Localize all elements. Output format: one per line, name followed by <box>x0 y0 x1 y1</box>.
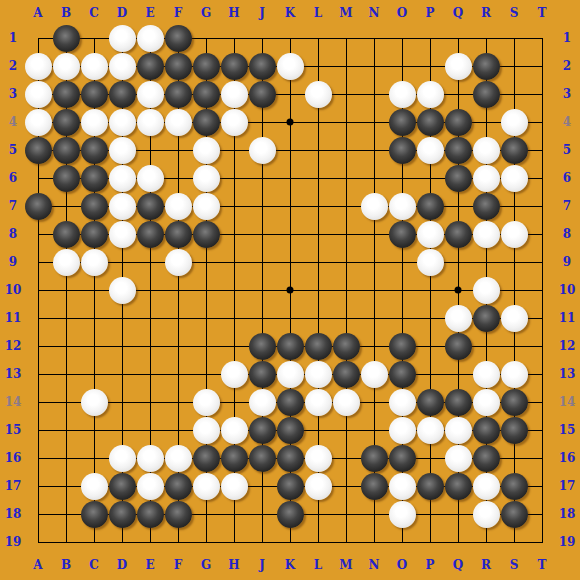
cell-L1[interactable] <box>304 24 332 52</box>
cell-F12[interactable] <box>164 332 192 360</box>
cell-P19[interactable] <box>416 528 444 556</box>
cell-M12[interactable] <box>332 332 360 360</box>
cell-C2[interactable] <box>80 52 108 80</box>
cell-S17[interactable] <box>500 472 528 500</box>
cell-K19[interactable] <box>276 528 304 556</box>
cell-P2[interactable] <box>416 52 444 80</box>
cell-G1[interactable] <box>192 24 220 52</box>
cell-H2[interactable] <box>220 52 248 80</box>
cell-P6[interactable] <box>416 164 444 192</box>
cell-D12[interactable] <box>108 332 136 360</box>
cell-N16[interactable] <box>360 444 388 472</box>
cell-K8[interactable] <box>276 220 304 248</box>
cell-G4[interactable] <box>192 108 220 136</box>
cell-R15[interactable] <box>472 416 500 444</box>
cell-D1[interactable] <box>108 24 136 52</box>
cell-G19[interactable] <box>192 528 220 556</box>
cell-A11[interactable] <box>24 304 52 332</box>
cell-T17[interactable] <box>528 472 556 500</box>
cell-P10[interactable] <box>416 276 444 304</box>
cell-O4[interactable] <box>388 108 416 136</box>
cell-B9[interactable] <box>52 248 80 276</box>
cell-R9[interactable] <box>472 248 500 276</box>
cell-E3[interactable] <box>136 80 164 108</box>
cell-J15[interactable] <box>248 416 276 444</box>
cell-R4[interactable] <box>472 108 500 136</box>
cell-J18[interactable] <box>248 500 276 528</box>
cell-D10[interactable] <box>108 276 136 304</box>
cell-E1[interactable] <box>136 24 164 52</box>
cell-Q17[interactable] <box>444 472 472 500</box>
cell-H3[interactable] <box>220 80 248 108</box>
cell-A14[interactable] <box>24 388 52 416</box>
cell-H9[interactable] <box>220 248 248 276</box>
cell-L19[interactable] <box>304 528 332 556</box>
cell-T1[interactable] <box>528 24 556 52</box>
cell-Q7[interactable] <box>444 192 472 220</box>
cell-P9[interactable] <box>416 248 444 276</box>
cell-B10[interactable] <box>52 276 80 304</box>
cell-T15[interactable] <box>528 416 556 444</box>
cell-O2[interactable] <box>388 52 416 80</box>
cell-H13[interactable] <box>220 360 248 388</box>
cell-H11[interactable] <box>220 304 248 332</box>
cell-J12[interactable] <box>248 332 276 360</box>
cell-F5[interactable] <box>164 136 192 164</box>
cell-G13[interactable] <box>192 360 220 388</box>
cell-J16[interactable] <box>248 444 276 472</box>
cell-Q12[interactable] <box>444 332 472 360</box>
cell-R11[interactable] <box>472 304 500 332</box>
cell-T18[interactable] <box>528 500 556 528</box>
cell-J2[interactable] <box>248 52 276 80</box>
cell-D9[interactable] <box>108 248 136 276</box>
cell-K10[interactable] <box>276 276 304 304</box>
cell-B6[interactable] <box>52 164 80 192</box>
cell-G6[interactable] <box>192 164 220 192</box>
cell-O1[interactable] <box>388 24 416 52</box>
cell-H15[interactable] <box>220 416 248 444</box>
cell-G15[interactable] <box>192 416 220 444</box>
cell-F10[interactable] <box>164 276 192 304</box>
cell-D16[interactable] <box>108 444 136 472</box>
cell-J14[interactable] <box>248 388 276 416</box>
cell-T16[interactable] <box>528 444 556 472</box>
cell-G12[interactable] <box>192 332 220 360</box>
cell-Q1[interactable] <box>444 24 472 52</box>
cell-J6[interactable] <box>248 164 276 192</box>
cell-G10[interactable] <box>192 276 220 304</box>
cell-C1[interactable] <box>80 24 108 52</box>
cell-Q2[interactable] <box>444 52 472 80</box>
cell-P16[interactable] <box>416 444 444 472</box>
cell-S10[interactable] <box>500 276 528 304</box>
cell-T6[interactable] <box>528 164 556 192</box>
cell-L9[interactable] <box>304 248 332 276</box>
cell-E8[interactable] <box>136 220 164 248</box>
cell-M9[interactable] <box>332 248 360 276</box>
cell-S16[interactable] <box>500 444 528 472</box>
cell-S13[interactable] <box>500 360 528 388</box>
cell-M11[interactable] <box>332 304 360 332</box>
cell-B19[interactable] <box>52 528 80 556</box>
cell-B14[interactable] <box>52 388 80 416</box>
cell-F11[interactable] <box>164 304 192 332</box>
cell-K9[interactable] <box>276 248 304 276</box>
cell-F15[interactable] <box>164 416 192 444</box>
cell-O19[interactable] <box>388 528 416 556</box>
cell-A12[interactable] <box>24 332 52 360</box>
cell-S4[interactable] <box>500 108 528 136</box>
cell-K14[interactable] <box>276 388 304 416</box>
cell-K7[interactable] <box>276 192 304 220</box>
cell-J11[interactable] <box>248 304 276 332</box>
cell-R6[interactable] <box>472 164 500 192</box>
cell-E13[interactable] <box>136 360 164 388</box>
cell-H10[interactable] <box>220 276 248 304</box>
cell-Q5[interactable] <box>444 136 472 164</box>
cell-C19[interactable] <box>80 528 108 556</box>
cell-D13[interactable] <box>108 360 136 388</box>
cell-E5[interactable] <box>136 136 164 164</box>
cell-D4[interactable] <box>108 108 136 136</box>
cell-F6[interactable] <box>164 164 192 192</box>
cell-F18[interactable] <box>164 500 192 528</box>
cell-C16[interactable] <box>80 444 108 472</box>
cell-O15[interactable] <box>388 416 416 444</box>
cell-O5[interactable] <box>388 136 416 164</box>
cell-Q9[interactable] <box>444 248 472 276</box>
cell-J1[interactable] <box>248 24 276 52</box>
cell-O9[interactable] <box>388 248 416 276</box>
cell-A5[interactable] <box>24 136 52 164</box>
cell-F16[interactable] <box>164 444 192 472</box>
cell-D2[interactable] <box>108 52 136 80</box>
cell-A7[interactable] <box>24 192 52 220</box>
cell-R2[interactable] <box>472 52 500 80</box>
cell-R12[interactable] <box>472 332 500 360</box>
cell-O7[interactable] <box>388 192 416 220</box>
cell-B4[interactable] <box>52 108 80 136</box>
cell-H6[interactable] <box>220 164 248 192</box>
cell-D6[interactable] <box>108 164 136 192</box>
cell-R5[interactable] <box>472 136 500 164</box>
cell-E9[interactable] <box>136 248 164 276</box>
cell-O11[interactable] <box>388 304 416 332</box>
cell-R3[interactable] <box>472 80 500 108</box>
cell-A13[interactable] <box>24 360 52 388</box>
cell-L11[interactable] <box>304 304 332 332</box>
cell-R19[interactable] <box>472 528 500 556</box>
cell-T10[interactable] <box>528 276 556 304</box>
cell-B1[interactable] <box>52 24 80 52</box>
cell-T7[interactable] <box>528 192 556 220</box>
cell-E10[interactable] <box>136 276 164 304</box>
cell-F8[interactable] <box>164 220 192 248</box>
cell-E17[interactable] <box>136 472 164 500</box>
cell-H18[interactable] <box>220 500 248 528</box>
cell-Q13[interactable] <box>444 360 472 388</box>
cell-M13[interactable] <box>332 360 360 388</box>
cell-P12[interactable] <box>416 332 444 360</box>
cell-M2[interactable] <box>332 52 360 80</box>
cell-M17[interactable] <box>332 472 360 500</box>
cell-P4[interactable] <box>416 108 444 136</box>
cell-K13[interactable] <box>276 360 304 388</box>
cell-Q10[interactable] <box>444 276 472 304</box>
cell-C15[interactable] <box>80 416 108 444</box>
cell-L17[interactable] <box>304 472 332 500</box>
cell-S12[interactable] <box>500 332 528 360</box>
cell-N19[interactable] <box>360 528 388 556</box>
cell-A17[interactable] <box>24 472 52 500</box>
cell-T5[interactable] <box>528 136 556 164</box>
cell-H8[interactable] <box>220 220 248 248</box>
cell-M7[interactable] <box>332 192 360 220</box>
cell-M19[interactable] <box>332 528 360 556</box>
cell-J5[interactable] <box>248 136 276 164</box>
cell-P7[interactable] <box>416 192 444 220</box>
cell-T12[interactable] <box>528 332 556 360</box>
cell-K11[interactable] <box>276 304 304 332</box>
cell-A4[interactable] <box>24 108 52 136</box>
cell-N2[interactable] <box>360 52 388 80</box>
cell-N15[interactable] <box>360 416 388 444</box>
cell-S6[interactable] <box>500 164 528 192</box>
cell-F19[interactable] <box>164 528 192 556</box>
cell-D19[interactable] <box>108 528 136 556</box>
cell-Q16[interactable] <box>444 444 472 472</box>
cell-O14[interactable] <box>388 388 416 416</box>
cell-S3[interactable] <box>500 80 528 108</box>
cell-M6[interactable] <box>332 164 360 192</box>
cell-E2[interactable] <box>136 52 164 80</box>
cell-N7[interactable] <box>360 192 388 220</box>
cell-K5[interactable] <box>276 136 304 164</box>
cell-B7[interactable] <box>52 192 80 220</box>
cell-H4[interactable] <box>220 108 248 136</box>
cell-L10[interactable] <box>304 276 332 304</box>
cell-N6[interactable] <box>360 164 388 192</box>
cell-Q8[interactable] <box>444 220 472 248</box>
cell-C6[interactable] <box>80 164 108 192</box>
cell-A1[interactable] <box>24 24 52 52</box>
cell-N3[interactable] <box>360 80 388 108</box>
cell-G17[interactable] <box>192 472 220 500</box>
cell-G3[interactable] <box>192 80 220 108</box>
cell-G16[interactable] <box>192 444 220 472</box>
cell-L12[interactable] <box>304 332 332 360</box>
cell-M5[interactable] <box>332 136 360 164</box>
cell-R16[interactable] <box>472 444 500 472</box>
cell-O8[interactable] <box>388 220 416 248</box>
cell-E6[interactable] <box>136 164 164 192</box>
cell-P3[interactable] <box>416 80 444 108</box>
cell-K6[interactable] <box>276 164 304 192</box>
cell-O10[interactable] <box>388 276 416 304</box>
cell-C18[interactable] <box>80 500 108 528</box>
cell-C4[interactable] <box>80 108 108 136</box>
cell-K4[interactable] <box>276 108 304 136</box>
cell-G5[interactable] <box>192 136 220 164</box>
cell-K18[interactable] <box>276 500 304 528</box>
cell-B15[interactable] <box>52 416 80 444</box>
cell-R1[interactable] <box>472 24 500 52</box>
cell-H7[interactable] <box>220 192 248 220</box>
cell-S15[interactable] <box>500 416 528 444</box>
cell-T14[interactable] <box>528 388 556 416</box>
cell-K2[interactable] <box>276 52 304 80</box>
cell-L14[interactable] <box>304 388 332 416</box>
cell-S5[interactable] <box>500 136 528 164</box>
cell-T2[interactable] <box>528 52 556 80</box>
cell-K17[interactable] <box>276 472 304 500</box>
cell-B13[interactable] <box>52 360 80 388</box>
cell-G18[interactable] <box>192 500 220 528</box>
cell-B2[interactable] <box>52 52 80 80</box>
cell-K1[interactable] <box>276 24 304 52</box>
cell-P15[interactable] <box>416 416 444 444</box>
cell-O17[interactable] <box>388 472 416 500</box>
cell-D7[interactable] <box>108 192 136 220</box>
cell-B8[interactable] <box>52 220 80 248</box>
cell-S19[interactable] <box>500 528 528 556</box>
cell-K12[interactable] <box>276 332 304 360</box>
cell-L18[interactable] <box>304 500 332 528</box>
cell-Q4[interactable] <box>444 108 472 136</box>
cell-J9[interactable] <box>248 248 276 276</box>
cell-B3[interactable] <box>52 80 80 108</box>
cell-T19[interactable] <box>528 528 556 556</box>
cell-N12[interactable] <box>360 332 388 360</box>
cell-J7[interactable] <box>248 192 276 220</box>
cell-H17[interactable] <box>220 472 248 500</box>
cell-H1[interactable] <box>220 24 248 52</box>
cell-P1[interactable] <box>416 24 444 52</box>
cell-A16[interactable] <box>24 444 52 472</box>
cell-L16[interactable] <box>304 444 332 472</box>
cell-N4[interactable] <box>360 108 388 136</box>
cell-F17[interactable] <box>164 472 192 500</box>
cell-G8[interactable] <box>192 220 220 248</box>
cell-A19[interactable] <box>24 528 52 556</box>
cell-O13[interactable] <box>388 360 416 388</box>
cell-N17[interactable] <box>360 472 388 500</box>
cell-T9[interactable] <box>528 248 556 276</box>
cell-M10[interactable] <box>332 276 360 304</box>
cell-O3[interactable] <box>388 80 416 108</box>
cell-R17[interactable] <box>472 472 500 500</box>
cell-L7[interactable] <box>304 192 332 220</box>
cell-C14[interactable] <box>80 388 108 416</box>
cell-F7[interactable] <box>164 192 192 220</box>
cell-L8[interactable] <box>304 220 332 248</box>
cell-N8[interactable] <box>360 220 388 248</box>
cell-M14[interactable] <box>332 388 360 416</box>
cell-P13[interactable] <box>416 360 444 388</box>
cell-F9[interactable] <box>164 248 192 276</box>
cell-G9[interactable] <box>192 248 220 276</box>
cell-L15[interactable] <box>304 416 332 444</box>
cell-M15[interactable] <box>332 416 360 444</box>
cell-N14[interactable] <box>360 388 388 416</box>
cell-N9[interactable] <box>360 248 388 276</box>
cell-D8[interactable] <box>108 220 136 248</box>
cell-C10[interactable] <box>80 276 108 304</box>
cell-P5[interactable] <box>416 136 444 164</box>
cell-E15[interactable] <box>136 416 164 444</box>
cell-F4[interactable] <box>164 108 192 136</box>
cell-F1[interactable] <box>164 24 192 52</box>
cell-D15[interactable] <box>108 416 136 444</box>
cell-T11[interactable] <box>528 304 556 332</box>
cell-S9[interactable] <box>500 248 528 276</box>
cell-F13[interactable] <box>164 360 192 388</box>
cell-S8[interactable] <box>500 220 528 248</box>
cell-T4[interactable] <box>528 108 556 136</box>
cell-D11[interactable] <box>108 304 136 332</box>
cell-G7[interactable] <box>192 192 220 220</box>
cell-J4[interactable] <box>248 108 276 136</box>
cell-Q3[interactable] <box>444 80 472 108</box>
cell-O18[interactable] <box>388 500 416 528</box>
cell-A15[interactable] <box>24 416 52 444</box>
cell-S2[interactable] <box>500 52 528 80</box>
cell-J3[interactable] <box>248 80 276 108</box>
cell-Q18[interactable] <box>444 500 472 528</box>
cell-A9[interactable] <box>24 248 52 276</box>
cell-E4[interactable] <box>136 108 164 136</box>
cell-E11[interactable] <box>136 304 164 332</box>
cell-N10[interactable] <box>360 276 388 304</box>
cell-A6[interactable] <box>24 164 52 192</box>
cell-N1[interactable] <box>360 24 388 52</box>
cell-R18[interactable] <box>472 500 500 528</box>
cell-B18[interactable] <box>52 500 80 528</box>
cell-C17[interactable] <box>80 472 108 500</box>
cell-R10[interactable] <box>472 276 500 304</box>
cell-L6[interactable] <box>304 164 332 192</box>
cell-D14[interactable] <box>108 388 136 416</box>
cell-L5[interactable] <box>304 136 332 164</box>
cell-J8[interactable] <box>248 220 276 248</box>
cell-F2[interactable] <box>164 52 192 80</box>
cell-L2[interactable] <box>304 52 332 80</box>
cell-R13[interactable] <box>472 360 500 388</box>
cell-G2[interactable] <box>192 52 220 80</box>
cell-P8[interactable] <box>416 220 444 248</box>
cell-S14[interactable] <box>500 388 528 416</box>
cell-P14[interactable] <box>416 388 444 416</box>
cell-A8[interactable] <box>24 220 52 248</box>
cell-R8[interactable] <box>472 220 500 248</box>
cell-M8[interactable] <box>332 220 360 248</box>
cell-A2[interactable] <box>24 52 52 80</box>
cell-F3[interactable] <box>164 80 192 108</box>
cell-H19[interactable] <box>220 528 248 556</box>
cell-M4[interactable] <box>332 108 360 136</box>
cell-K15[interactable] <box>276 416 304 444</box>
cell-R14[interactable] <box>472 388 500 416</box>
cell-B5[interactable] <box>52 136 80 164</box>
cell-Q14[interactable] <box>444 388 472 416</box>
cell-J19[interactable] <box>248 528 276 556</box>
cell-J13[interactable] <box>248 360 276 388</box>
cell-G11[interactable] <box>192 304 220 332</box>
cell-E18[interactable] <box>136 500 164 528</box>
cell-S1[interactable] <box>500 24 528 52</box>
cell-A10[interactable] <box>24 276 52 304</box>
